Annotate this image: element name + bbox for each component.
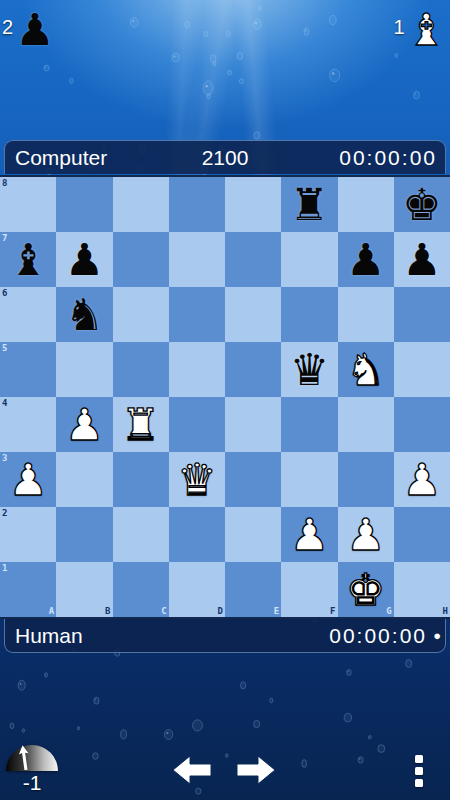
- computer-rating: 2100: [202, 146, 249, 170]
- evaluation-value: -1: [6, 771, 58, 795]
- white-bishop-icon: ♝: [407, 4, 446, 56]
- square-e1[interactable]: E: [225, 562, 281, 617]
- square-d8[interactable]: [169, 177, 225, 232]
- white-queen[interactable]: ♛: [169, 452, 225, 507]
- square-h2[interactable]: [394, 507, 450, 562]
- square-h4[interactable]: [394, 397, 450, 452]
- chess-app-screen: 2 ♟ 1 ♝ Computer 2100 00:00:00 8♜♚7♝♟♟♟6…: [0, 0, 450, 800]
- square-d4[interactable]: [169, 397, 225, 452]
- white-pawn[interactable]: ♟: [338, 507, 394, 562]
- file-label-D: D: [218, 606, 223, 616]
- square-d3[interactable]: ♛: [169, 452, 225, 507]
- black-pawn-icon: ♟: [15, 4, 54, 56]
- square-e5[interactable]: [225, 342, 281, 397]
- menu-dot-icon: [415, 755, 423, 763]
- file-label-B: B: [105, 606, 110, 616]
- square-b3[interactable]: [56, 452, 112, 507]
- square-a6[interactable]: 6: [0, 287, 56, 342]
- square-h6[interactable]: [394, 287, 450, 342]
- square-b4[interactable]: ♟: [56, 397, 112, 452]
- square-b2[interactable]: [56, 507, 112, 562]
- square-b5[interactable]: [56, 342, 112, 397]
- square-g3[interactable]: [338, 452, 394, 507]
- square-d1[interactable]: D: [169, 562, 225, 617]
- square-a5[interactable]: 5: [0, 342, 56, 397]
- square-g8[interactable]: [338, 177, 394, 232]
- square-e4[interactable]: [225, 397, 281, 452]
- square-b1[interactable]: B: [56, 562, 112, 617]
- overflow-menu-button[interactable]: [406, 753, 432, 789]
- back-move-button[interactable]: [168, 751, 216, 789]
- square-a2[interactable]: 2: [0, 507, 56, 562]
- square-f5[interactable]: ♛: [281, 342, 337, 397]
- chess-board[interactable]: 8♜♚7♝♟♟♟6♞5♛♞4♟♜3♟♛♟2♟♟1ABCDEFG♚H: [0, 175, 450, 619]
- white-king[interactable]: ♚: [338, 562, 394, 617]
- black-bishop[interactable]: ♝: [0, 232, 56, 287]
- square-c7[interactable]: [113, 232, 169, 287]
- square-d6[interactable]: [169, 287, 225, 342]
- square-h3[interactable]: ♟: [394, 452, 450, 507]
- white-knight[interactable]: ♞: [338, 342, 394, 397]
- file-label-A: A: [49, 606, 54, 616]
- square-f4[interactable]: [281, 397, 337, 452]
- file-label-C: C: [161, 606, 166, 616]
- left-arrow-icon: [172, 755, 212, 785]
- turn-indicator-dot: ●: [433, 628, 441, 643]
- square-f2[interactable]: ♟: [281, 507, 337, 562]
- square-c6[interactable]: [113, 287, 169, 342]
- square-c8[interactable]: [113, 177, 169, 232]
- white-rook[interactable]: ♜: [113, 397, 169, 452]
- forward-move-button[interactable]: [232, 751, 280, 789]
- black-queen[interactable]: ♛: [281, 342, 337, 397]
- file-label-H: H: [443, 606, 448, 616]
- square-b7[interactable]: ♟: [56, 232, 112, 287]
- black-pawn[interactable]: ♟: [394, 232, 450, 287]
- square-g6[interactable]: [338, 287, 394, 342]
- human-name: Human: [15, 624, 83, 648]
- square-f1[interactable]: F: [281, 562, 337, 617]
- square-h5[interactable]: [394, 342, 450, 397]
- square-d5[interactable]: [169, 342, 225, 397]
- square-g7[interactable]: ♟: [338, 232, 394, 287]
- square-f3[interactable]: [281, 452, 337, 507]
- square-f7[interactable]: [281, 232, 337, 287]
- square-g1[interactable]: G♚: [338, 562, 394, 617]
- square-a4[interactable]: 4: [0, 397, 56, 452]
- square-d7[interactable]: [169, 232, 225, 287]
- square-c2[interactable]: [113, 507, 169, 562]
- square-d2[interactable]: [169, 507, 225, 562]
- square-c3[interactable]: [113, 452, 169, 507]
- file-label-F: F: [330, 606, 335, 616]
- menu-dot-icon: [415, 779, 423, 787]
- square-h1[interactable]: H: [394, 562, 450, 617]
- black-pawn[interactable]: ♟: [56, 232, 112, 287]
- white-pawn[interactable]: ♟: [56, 397, 112, 452]
- square-a8[interactable]: 8: [0, 177, 56, 232]
- square-e2[interactable]: [225, 507, 281, 562]
- square-c1[interactable]: C: [113, 562, 169, 617]
- black-pawn[interactable]: ♟: [338, 232, 394, 287]
- square-f8[interactable]: ♜: [281, 177, 337, 232]
- square-h8[interactable]: ♚: [394, 177, 450, 232]
- rank-label-4: 4: [2, 398, 7, 408]
- captured-tray-white-bishop: 1 ♝: [393, 4, 446, 56]
- square-e7[interactable]: [225, 232, 281, 287]
- rank-label-8: 8: [2, 178, 7, 188]
- square-b8[interactable]: [56, 177, 112, 232]
- square-g4[interactable]: [338, 397, 394, 452]
- white-pawn[interactable]: ♟: [281, 507, 337, 562]
- right-arrow-icon: [236, 755, 276, 785]
- square-b6[interactable]: ♞: [56, 287, 112, 342]
- square-g5[interactable]: ♞: [338, 342, 394, 397]
- square-c4[interactable]: ♜: [113, 397, 169, 452]
- menu-dot-icon: [415, 767, 423, 775]
- black-knight[interactable]: ♞: [56, 287, 112, 342]
- rank-label-5: 5: [2, 343, 7, 353]
- human-player-bar: Human 00:00:00 ●: [4, 619, 446, 653]
- captured-tray-black-pawns: 2 ♟: [2, 4, 55, 56]
- human-clock: 00:00:00: [329, 624, 427, 648]
- square-c5[interactable]: [113, 342, 169, 397]
- square-g2[interactable]: ♟: [338, 507, 394, 562]
- computer-name: Computer: [15, 146, 107, 170]
- captured-count: 1: [393, 4, 404, 50]
- rank-label-1: 1: [2, 563, 7, 573]
- square-e6[interactable]: [225, 287, 281, 342]
- file-label-E: E: [274, 606, 279, 616]
- square-e3[interactable]: [225, 452, 281, 507]
- computer-player-bar: Computer 2100 00:00:00: [4, 140, 446, 174]
- square-h7[interactable]: ♟: [394, 232, 450, 287]
- square-e8[interactable]: [225, 177, 281, 232]
- square-f6[interactable]: [281, 287, 337, 342]
- white-pawn[interactable]: ♟: [394, 452, 450, 507]
- square-a7[interactable]: 7♝: [0, 232, 56, 287]
- black-king[interactable]: ♚: [394, 177, 450, 232]
- rank-label-6: 6: [2, 288, 7, 298]
- square-a3[interactable]: 3♟: [0, 452, 56, 507]
- black-rook[interactable]: ♜: [281, 177, 337, 232]
- white-pawn[interactable]: ♟: [0, 452, 56, 507]
- computer-clock: 00:00:00: [339, 146, 437, 170]
- captured-count: 2: [2, 4, 13, 50]
- square-a1[interactable]: 1A: [0, 562, 56, 617]
- rank-label-2: 2: [2, 508, 7, 518]
